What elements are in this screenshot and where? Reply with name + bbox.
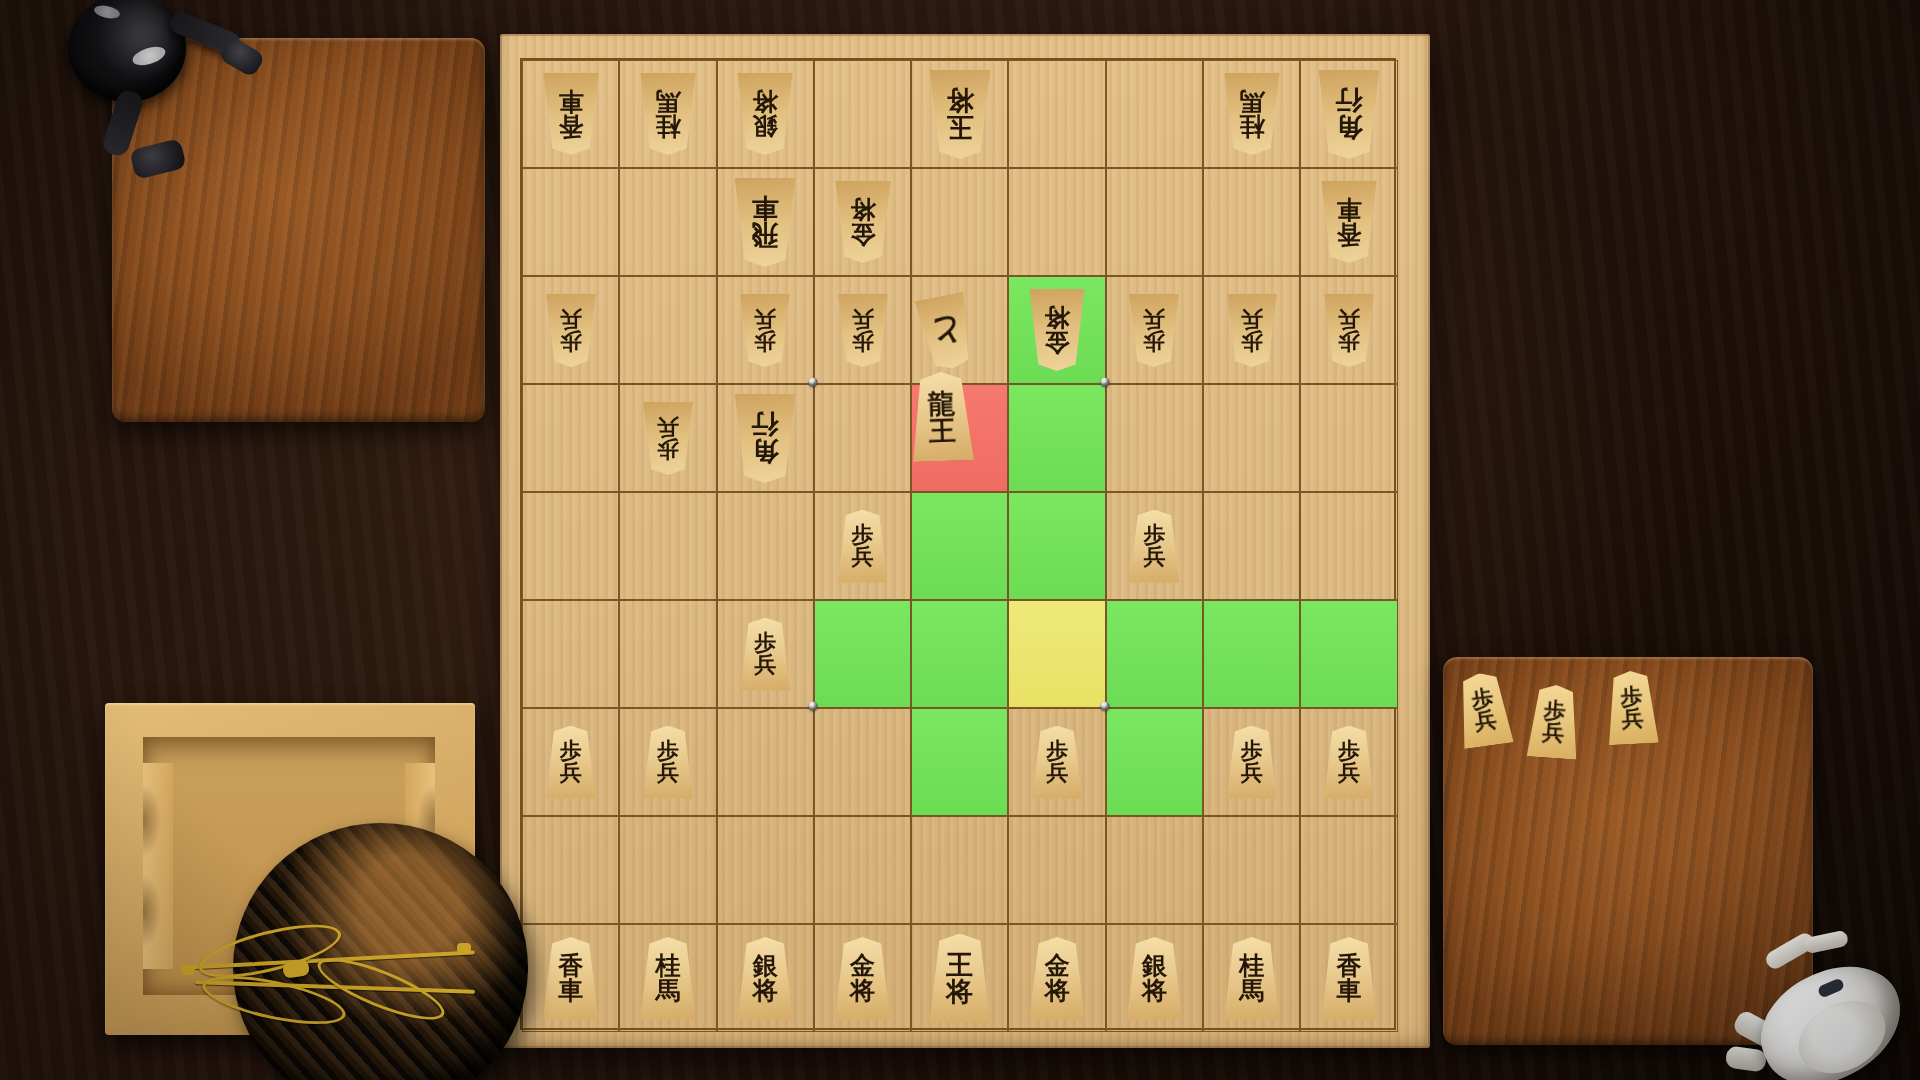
board-square-r9c6[interactable]: 金将 bbox=[1008, 924, 1105, 1032]
board-square-r3c7[interactable]: 歩兵 bbox=[1106, 276, 1203, 384]
board-square-r1c8[interactable]: 桂馬 bbox=[1203, 60, 1300, 168]
board-square-r4c6[interactable] bbox=[1008, 384, 1105, 492]
piece-L-gote[interactable]: 香車 bbox=[541, 73, 601, 155]
board-square-r5c7[interactable]: 歩兵 bbox=[1106, 492, 1203, 600]
piece-S-sente[interactable]: 銀将 bbox=[1124, 937, 1184, 1019]
board-square-r8c5[interactable] bbox=[911, 816, 1008, 924]
piece-P-gote[interactable]: 歩兵 bbox=[1127, 294, 1181, 367]
captured-piece-P-sente[interactable]: 歩兵 bbox=[1452, 670, 1516, 750]
board-square-r4c3[interactable]: 角行 bbox=[717, 384, 814, 492]
white-robot-figurine bbox=[1700, 938, 1920, 1080]
board-square-r9c1[interactable]: 香車 bbox=[522, 924, 619, 1032]
piece-S-gote[interactable]: 銀将 bbox=[735, 73, 795, 155]
piece-P-gote[interactable]: 歩兵 bbox=[1322, 294, 1376, 367]
piece-P-sente[interactable]: 歩兵 bbox=[1225, 726, 1279, 799]
piece-K2-gote[interactable]: 玉将 bbox=[927, 70, 993, 159]
black-robot-figurine bbox=[40, 0, 280, 186]
board-square-r8c9[interactable] bbox=[1300, 816, 1397, 924]
piece-P-gote[interactable]: 歩兵 bbox=[1225, 294, 1279, 367]
board-square-r4c1[interactable] bbox=[522, 384, 619, 492]
piece-P-sente[interactable]: 歩兵 bbox=[738, 618, 792, 691]
board-square-r4c9[interactable] bbox=[1300, 384, 1397, 492]
board-square-r7c9[interactable]: 歩兵 bbox=[1300, 708, 1397, 816]
board-square-r2c3[interactable]: 飛車 bbox=[717, 168, 814, 276]
piece-L-gote[interactable]: 香車 bbox=[1319, 181, 1379, 263]
piece-P-sente[interactable]: 歩兵 bbox=[1127, 510, 1181, 583]
board-square-r3c3[interactable]: 歩兵 bbox=[717, 276, 814, 384]
board-square-r5c8[interactable] bbox=[1203, 492, 1300, 600]
board-square-r9c7[interactable]: 銀将 bbox=[1106, 924, 1203, 1032]
board-square-r5c6[interactable] bbox=[1008, 492, 1105, 600]
star-point bbox=[808, 378, 817, 387]
board-square-r8c4[interactable] bbox=[814, 816, 911, 924]
board-square-r6c8[interactable] bbox=[1203, 600, 1300, 708]
board-square-r7c8[interactable]: 歩兵 bbox=[1203, 708, 1300, 816]
piece-box bbox=[105, 703, 475, 1035]
board-grid: 香車桂馬銀将玉将桂馬角行飛車金将香車歩兵歩兵歩兵と金将歩兵歩兵歩兵歩兵角行龍王歩… bbox=[520, 58, 1396, 1030]
board-square-r7c2[interactable]: 歩兵 bbox=[619, 708, 716, 816]
board-square-r2c1[interactable] bbox=[522, 168, 619, 276]
board-square-r6c4[interactable] bbox=[814, 600, 911, 708]
board-square-r2c6[interactable] bbox=[1008, 168, 1105, 276]
piece-P-sente[interactable]: 歩兵 bbox=[641, 726, 695, 799]
board-square-r9c3[interactable]: 銀将 bbox=[717, 924, 814, 1032]
piece-G-sente[interactable]: 金将 bbox=[833, 937, 893, 1019]
board-square-r5c9[interactable] bbox=[1300, 492, 1397, 600]
piece-B-gote[interactable]: 角行 bbox=[1316, 70, 1382, 159]
board-square-r1c6[interactable] bbox=[1008, 60, 1105, 168]
piece-S-sente[interactable]: 銀将 bbox=[735, 937, 795, 1019]
board-square-r4c4[interactable] bbox=[814, 384, 911, 492]
board-square-r3c2[interactable] bbox=[619, 276, 716, 384]
board-square-r8c7[interactable] bbox=[1106, 816, 1203, 924]
board-square-r3c4[interactable]: 歩兵 bbox=[814, 276, 911, 384]
piece-N-sente[interactable]: 桂馬 bbox=[638, 937, 698, 1019]
board-square-r2c2[interactable] bbox=[619, 168, 716, 276]
board-square-r6c6[interactable] bbox=[1008, 600, 1105, 708]
board-square-r5c3[interactable] bbox=[717, 492, 814, 600]
board-square-r7c4[interactable] bbox=[814, 708, 911, 816]
piece-N-sente[interactable]: 桂馬 bbox=[1222, 937, 1282, 1019]
shogi-board: 香車桂馬銀将玉将桂馬角行飛車金将香車歩兵歩兵歩兵と金将歩兵歩兵歩兵歩兵角行龍王歩… bbox=[500, 34, 1430, 1048]
board-square-r3c1[interactable]: 歩兵 bbox=[522, 276, 619, 384]
board-square-r3c9[interactable]: 歩兵 bbox=[1300, 276, 1397, 384]
piece-L-sente[interactable]: 香車 bbox=[1319, 937, 1379, 1019]
board-square-r5c2[interactable] bbox=[619, 492, 716, 600]
piece-P-gote[interactable]: 歩兵 bbox=[836, 294, 890, 367]
piece-+P-gote[interactable]: と bbox=[912, 291, 979, 373]
board-square-r3c8[interactable]: 歩兵 bbox=[1203, 276, 1300, 384]
board-square-r2c5[interactable] bbox=[911, 168, 1008, 276]
board-square-r8c1[interactable] bbox=[522, 816, 619, 924]
piece-P-sente[interactable]: 歩兵 bbox=[1322, 726, 1376, 799]
board-square-r7c5[interactable] bbox=[911, 708, 1008, 816]
board-square-r6c5[interactable] bbox=[911, 600, 1008, 708]
board-square-r4c8[interactable] bbox=[1203, 384, 1300, 492]
board-square-r1c1[interactable]: 香車 bbox=[522, 60, 619, 168]
board-square-r1c5[interactable]: 玉将 bbox=[911, 60, 1008, 168]
board-square-r3c5[interactable]: と bbox=[911, 276, 1008, 384]
board-square-r6c1[interactable] bbox=[522, 600, 619, 708]
board-square-r6c3[interactable]: 歩兵 bbox=[717, 600, 814, 708]
piece-+R-sente[interactable]: 龍王 bbox=[907, 370, 976, 461]
board-square-r2c4[interactable]: 金将 bbox=[814, 168, 911, 276]
piece-K-sente[interactable]: 王将 bbox=[927, 934, 993, 1023]
piece-R-gote[interactable]: 飛車 bbox=[732, 178, 798, 267]
piece-P-sente[interactable]: 歩兵 bbox=[544, 726, 598, 799]
board-square-r1c7[interactable] bbox=[1106, 60, 1203, 168]
board-square-r2c9[interactable]: 香車 bbox=[1300, 168, 1397, 276]
black-robot-head-icon bbox=[68, 0, 186, 102]
board-square-r7c3[interactable] bbox=[717, 708, 814, 816]
piece-P-gote[interactable]: 歩兵 bbox=[738, 294, 792, 367]
board-square-r9c8[interactable]: 桂馬 bbox=[1203, 924, 1300, 1032]
piece-B-gote[interactable]: 角行 bbox=[732, 394, 798, 483]
captured-piece-P-sente[interactable]: 歩兵 bbox=[1525, 683, 1584, 760]
star-point bbox=[1100, 378, 1109, 387]
board-square-r8c3[interactable] bbox=[717, 816, 814, 924]
piece-P-sente[interactable]: 歩兵 bbox=[836, 510, 890, 583]
piece-N-gote[interactable]: 桂馬 bbox=[638, 73, 698, 155]
board-square-r7c6[interactable]: 歩兵 bbox=[1008, 708, 1105, 816]
board-square-r1c3[interactable]: 銀将 bbox=[717, 60, 814, 168]
board-square-r5c4[interactable]: 歩兵 bbox=[814, 492, 911, 600]
board-square-r1c2[interactable]: 桂馬 bbox=[619, 60, 716, 168]
board-square-r8c8[interactable] bbox=[1203, 816, 1300, 924]
board-square-r6c7[interactable] bbox=[1106, 600, 1203, 708]
board-square-r9c5[interactable]: 王将 bbox=[911, 924, 1008, 1032]
board-square-r9c4[interactable]: 金将 bbox=[814, 924, 911, 1032]
board-square-r7c1[interactable]: 歩兵 bbox=[522, 708, 619, 816]
piece-G-gote[interactable]: 金将 bbox=[833, 181, 893, 263]
piece-P-gote[interactable]: 歩兵 bbox=[641, 402, 695, 475]
star-point bbox=[808, 702, 817, 711]
board-square-r2c7[interactable] bbox=[1106, 168, 1203, 276]
board-square-r9c9[interactable]: 香車 bbox=[1300, 924, 1397, 1032]
board-square-r4c2[interactable]: 歩兵 bbox=[619, 384, 716, 492]
piece-P-gote[interactable]: 歩兵 bbox=[544, 294, 598, 367]
board-square-r3c6[interactable]: 金将 bbox=[1008, 276, 1105, 384]
star-point bbox=[1100, 702, 1109, 711]
board-square-r1c9[interactable]: 角行 bbox=[1300, 60, 1397, 168]
piece-L-sente[interactable]: 香車 bbox=[541, 937, 601, 1019]
board-square-r1c4[interactable] bbox=[814, 60, 911, 168]
board-square-r9c2[interactable]: 桂馬 bbox=[619, 924, 716, 1032]
piece-G-gote[interactable]: 金将 bbox=[1027, 289, 1087, 371]
piece-G-sente[interactable]: 金将 bbox=[1027, 937, 1087, 1019]
board-square-r7c7[interactable] bbox=[1106, 708, 1203, 816]
board-square-r4c5[interactable]: 龍王 bbox=[911, 384, 1008, 492]
board-square-r6c9[interactable] bbox=[1300, 600, 1397, 708]
board-square-r2c8[interactable] bbox=[1203, 168, 1300, 276]
board-square-r8c2[interactable] bbox=[619, 816, 716, 924]
board-square-r8c6[interactable] bbox=[1008, 816, 1105, 924]
board-square-r6c2[interactable] bbox=[619, 600, 716, 708]
board-square-r5c5[interactable] bbox=[911, 492, 1008, 600]
board-square-r5c1[interactable] bbox=[522, 492, 619, 600]
board-square-r4c7[interactable] bbox=[1106, 384, 1203, 492]
captured-piece-P-sente[interactable]: 歩兵 bbox=[1603, 670, 1661, 746]
piece-N-gote[interactable]: 桂馬 bbox=[1222, 73, 1282, 155]
piece-P-sente[interactable]: 歩兵 bbox=[1030, 726, 1084, 799]
